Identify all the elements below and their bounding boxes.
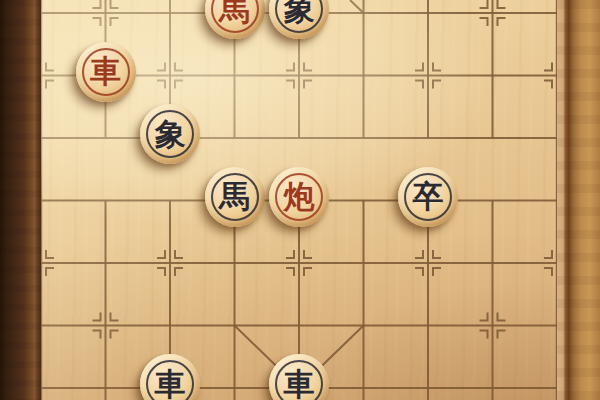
piece-character: 馬 — [205, 0, 265, 39]
piece-character: 象 — [269, 0, 329, 39]
xiangqi-board-screenshot: 馬象車象馬炮卒車車 — [0, 0, 600, 400]
piece-character: 車 — [269, 354, 329, 400]
piece-character: 炮 — [269, 167, 329, 227]
piece-red-chariot[interactable]: 車 — [76, 42, 136, 102]
piece-character: 車 — [76, 42, 136, 102]
piece-character: 象 — [140, 104, 200, 164]
piece-black-soldier[interactable]: 卒 — [398, 167, 458, 227]
piece-character: 馬 — [205, 167, 265, 227]
board-grid[interactable]: 馬象車象馬炮卒車車 — [9, 0, 590, 400]
piece-red-horse[interactable]: 馬 — [205, 0, 265, 39]
piece-red-cannon[interactable]: 炮 — [269, 167, 329, 227]
piece-black-elephant-1[interactable]: 象 — [269, 0, 329, 39]
piece-black-chariot-1[interactable]: 車 — [140, 354, 200, 400]
piece-black-chariot-2[interactable]: 車 — [269, 354, 329, 400]
piece-black-horse[interactable]: 馬 — [205, 167, 265, 227]
piece-character: 車 — [140, 354, 200, 400]
piece-black-elephant-2[interactable]: 象 — [140, 104, 200, 164]
piece-character: 卒 — [398, 167, 458, 227]
